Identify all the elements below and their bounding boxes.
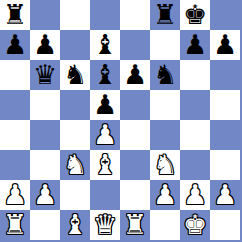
black-pawn[interactable]: ♟ bbox=[213, 30, 237, 60]
square-c6[interactable]: ♞ bbox=[60, 60, 90, 90]
square-b5[interactable] bbox=[30, 90, 60, 120]
square-a8[interactable]: ♜ bbox=[0, 0, 30, 30]
square-e1[interactable]: ♜ bbox=[120, 210, 150, 240]
square-a4[interactable] bbox=[0, 120, 30, 150]
square-f6[interactable]: ♞ bbox=[150, 60, 180, 90]
square-d8[interactable] bbox=[90, 0, 120, 30]
square-b2[interactable]: ♟ bbox=[30, 180, 60, 210]
white-rook[interactable]: ♜ bbox=[123, 210, 147, 240]
black-queen[interactable]: ♛ bbox=[33, 60, 57, 90]
square-e4[interactable] bbox=[120, 120, 150, 150]
square-f4[interactable] bbox=[150, 120, 180, 150]
white-bishop[interactable]: ♝ bbox=[63, 210, 87, 240]
white-king[interactable]: ♚ bbox=[183, 210, 207, 240]
square-d4[interactable]: ♟ bbox=[90, 120, 120, 150]
square-h2[interactable]: ♟ bbox=[210, 180, 240, 210]
white-queen[interactable]: ♛ bbox=[93, 210, 117, 240]
square-c3[interactable]: ♞ bbox=[60, 150, 90, 180]
black-rook[interactable]: ♜ bbox=[153, 0, 177, 30]
square-a2[interactable]: ♟ bbox=[0, 180, 30, 210]
square-e6[interactable]: ♟ bbox=[120, 60, 150, 90]
black-pawn[interactable]: ♟ bbox=[3, 30, 27, 60]
square-c7[interactable] bbox=[60, 30, 90, 60]
square-d3[interactable]: ♝ bbox=[90, 150, 120, 180]
black-knight[interactable]: ♞ bbox=[153, 60, 177, 90]
square-h5[interactable] bbox=[210, 90, 240, 120]
square-d7[interactable]: ♝ bbox=[90, 30, 120, 60]
square-g5[interactable] bbox=[180, 90, 210, 120]
square-d5[interactable]: ♟ bbox=[90, 90, 120, 120]
white-bishop[interactable]: ♝ bbox=[93, 150, 117, 180]
black-bishop[interactable]: ♝ bbox=[93, 30, 117, 60]
square-a3[interactable] bbox=[0, 150, 30, 180]
white-pawn[interactable]: ♟ bbox=[93, 120, 117, 150]
square-c4[interactable] bbox=[60, 120, 90, 150]
black-pawn[interactable]: ♟ bbox=[123, 60, 147, 90]
square-g4[interactable] bbox=[180, 120, 210, 150]
white-knight[interactable]: ♞ bbox=[63, 150, 87, 180]
black-knight[interactable]: ♞ bbox=[63, 60, 87, 90]
square-f3[interactable]: ♞ bbox=[150, 150, 180, 180]
square-e5[interactable] bbox=[120, 90, 150, 120]
square-f5[interactable] bbox=[150, 90, 180, 120]
square-b4[interactable] bbox=[30, 120, 60, 150]
square-g3[interactable] bbox=[180, 150, 210, 180]
square-b8[interactable] bbox=[30, 0, 60, 30]
white-knight[interactable]: ♞ bbox=[153, 150, 177, 180]
black-pawn[interactable]: ♟ bbox=[93, 90, 117, 120]
square-g7[interactable]: ♟ bbox=[180, 30, 210, 60]
square-f1[interactable] bbox=[150, 210, 180, 240]
square-b1[interactable] bbox=[30, 210, 60, 240]
black-pawn[interactable]: ♟ bbox=[183, 30, 207, 60]
square-h3[interactable] bbox=[210, 150, 240, 180]
square-f7[interactable] bbox=[150, 30, 180, 60]
square-a5[interactable] bbox=[0, 90, 30, 120]
square-c1[interactable]: ♝ bbox=[60, 210, 90, 240]
square-d6[interactable]: ♝ bbox=[90, 60, 120, 90]
square-f8[interactable]: ♜ bbox=[150, 0, 180, 30]
square-b7[interactable]: ♟ bbox=[30, 30, 60, 60]
square-d2[interactable] bbox=[90, 180, 120, 210]
square-e7[interactable] bbox=[120, 30, 150, 60]
black-rook[interactable]: ♜ bbox=[3, 0, 27, 30]
square-a1[interactable]: ♜ bbox=[0, 210, 30, 240]
square-h8[interactable] bbox=[210, 0, 240, 30]
white-pawn[interactable]: ♟ bbox=[33, 180, 57, 210]
square-h6[interactable] bbox=[210, 60, 240, 90]
square-e8[interactable] bbox=[120, 0, 150, 30]
square-d1[interactable]: ♛ bbox=[90, 210, 120, 240]
square-c8[interactable] bbox=[60, 0, 90, 30]
square-h7[interactable]: ♟ bbox=[210, 30, 240, 60]
square-h4[interactable] bbox=[210, 120, 240, 150]
square-c5[interactable] bbox=[60, 90, 90, 120]
square-f2[interactable]: ♟ bbox=[150, 180, 180, 210]
white-pawn[interactable]: ♟ bbox=[183, 180, 207, 210]
black-bishop[interactable]: ♝ bbox=[93, 60, 117, 90]
square-g2[interactable]: ♟ bbox=[180, 180, 210, 210]
white-pawn[interactable]: ♟ bbox=[3, 180, 27, 210]
square-g6[interactable] bbox=[180, 60, 210, 90]
square-h1[interactable] bbox=[210, 210, 240, 240]
black-pawn[interactable]: ♟ bbox=[33, 30, 57, 60]
square-g8[interactable]: ♚ bbox=[180, 0, 210, 30]
chess-board-grid: ♜♜♚♟♟♝♟♟♛♞♝♟♞♟♟♞♝♞♟♟♟♟♟♜♝♛♜♚ bbox=[0, 0, 240, 240]
white-rook[interactable]: ♜ bbox=[3, 210, 27, 240]
square-b6[interactable]: ♛ bbox=[30, 60, 60, 90]
square-b3[interactable] bbox=[30, 150, 60, 180]
white-pawn[interactable]: ♟ bbox=[153, 180, 177, 210]
square-a7[interactable]: ♟ bbox=[0, 30, 30, 60]
square-e3[interactable] bbox=[120, 150, 150, 180]
white-pawn[interactable]: ♟ bbox=[213, 180, 237, 210]
square-g1[interactable]: ♚ bbox=[180, 210, 210, 240]
chess-board: ♜♜♚♟♟♝♟♟♛♞♝♟♞♟♟♞♝♞♟♟♟♟♟♜♝♛♜♚ bbox=[0, 0, 242, 242]
square-a6[interactable] bbox=[0, 60, 30, 90]
black-king[interactable]: ♚ bbox=[183, 0, 207, 30]
square-e2[interactable] bbox=[120, 180, 150, 210]
square-c2[interactable] bbox=[60, 180, 90, 210]
